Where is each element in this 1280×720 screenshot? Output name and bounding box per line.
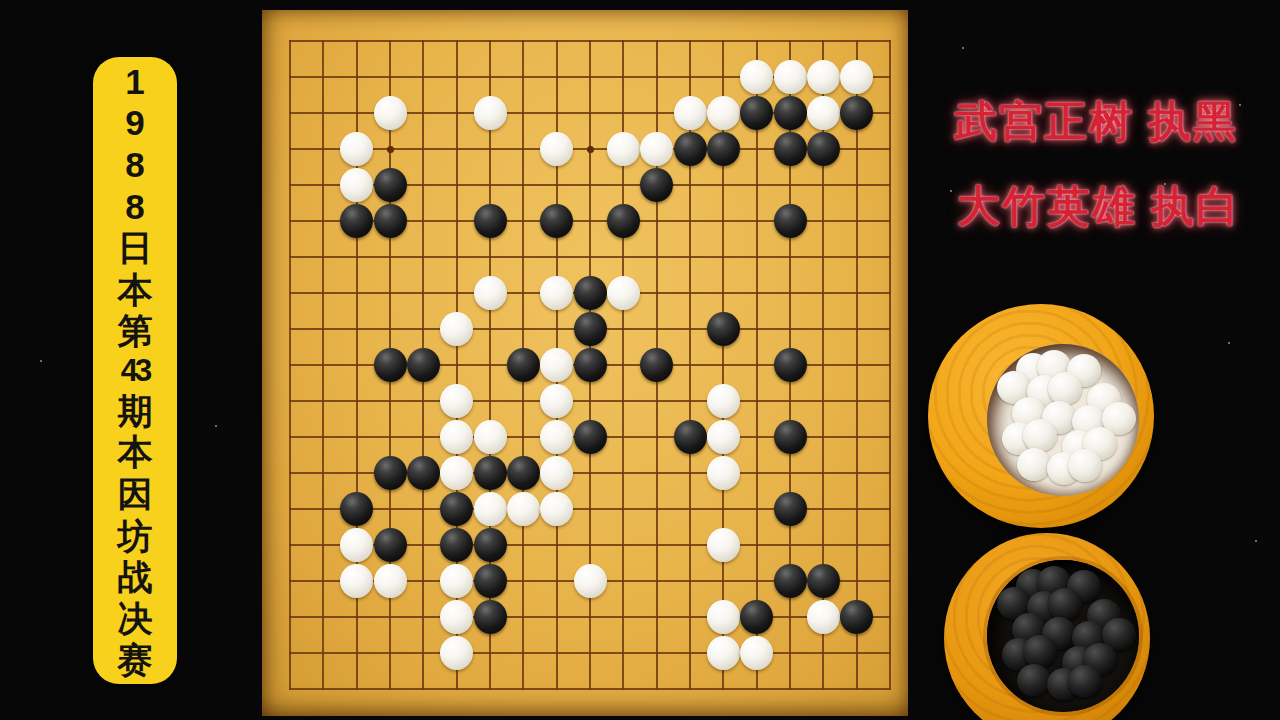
speck xyxy=(950,190,952,192)
black-stone xyxy=(807,564,840,598)
white-player-caption: 大竹英雄 执白 xyxy=(957,178,1241,236)
white-stone xyxy=(574,564,607,598)
white-stone xyxy=(540,276,573,310)
black-stone xyxy=(840,96,873,130)
grid-line-vertical xyxy=(856,40,858,690)
white-stone xyxy=(840,60,873,94)
grid-line-vertical xyxy=(889,40,891,690)
banner-char: 因 xyxy=(118,476,153,511)
white-stone-bowl-opening xyxy=(987,344,1139,496)
white-stone xyxy=(540,492,573,526)
white-stone xyxy=(374,96,407,130)
grid-line-horizontal xyxy=(289,688,891,690)
black-stone xyxy=(674,420,707,454)
white-stone xyxy=(440,600,473,634)
black-stone xyxy=(507,456,540,490)
bowl-black-stone xyxy=(1017,664,1051,697)
banner-char: 本 xyxy=(118,272,153,307)
banner-char: 9 xyxy=(125,105,144,140)
banner-char: 坊 xyxy=(118,518,153,553)
white-stone xyxy=(374,564,407,598)
black-stone xyxy=(774,564,807,598)
white-stone xyxy=(440,312,473,346)
black-stone xyxy=(374,204,407,238)
bowl-black-stone xyxy=(1048,588,1082,621)
grid-line-vertical xyxy=(756,40,758,690)
black-stone xyxy=(340,204,373,238)
black-stone xyxy=(607,204,640,238)
black-stone xyxy=(374,348,407,382)
white-stone xyxy=(474,420,507,454)
black-stone xyxy=(474,564,507,598)
white-stone xyxy=(740,636,773,670)
black-stone xyxy=(374,168,407,202)
white-stone xyxy=(807,96,840,130)
black-stone xyxy=(407,348,440,382)
grid-line-horizontal xyxy=(289,616,891,618)
black-stone xyxy=(840,600,873,634)
white-stone xyxy=(540,132,573,166)
white-stone xyxy=(807,60,840,94)
black-stone xyxy=(474,528,507,562)
banner-char: 战 xyxy=(118,559,153,594)
black-stone xyxy=(440,492,473,526)
bowl-black-stone xyxy=(1068,665,1102,698)
black-stone xyxy=(774,348,807,382)
white-stone xyxy=(340,564,373,598)
speck xyxy=(1255,540,1257,542)
grid-line-horizontal xyxy=(289,400,891,402)
speck xyxy=(40,360,42,362)
bowl-black-stone xyxy=(1023,635,1057,668)
black-stone xyxy=(574,276,607,310)
black-stone xyxy=(474,600,507,634)
black-stone xyxy=(574,420,607,454)
speck xyxy=(215,425,217,427)
banner-char: 赛 xyxy=(118,642,153,677)
white-stone xyxy=(707,456,740,490)
black-stone xyxy=(340,492,373,526)
bowl-white-stone xyxy=(1068,449,1102,482)
white-stone xyxy=(474,492,507,526)
banner-char: 本 xyxy=(118,434,153,469)
white-stone xyxy=(707,384,740,418)
black-stone xyxy=(640,348,673,382)
speck xyxy=(1239,104,1241,106)
white-stone xyxy=(707,96,740,130)
grid-line-horizontal xyxy=(289,652,891,654)
banner-char: 8 xyxy=(125,147,144,182)
white-stone xyxy=(640,132,673,166)
black-stone-bowl-opening xyxy=(987,560,1139,712)
bowl-white-stone xyxy=(1023,419,1057,452)
white-stone xyxy=(707,600,740,634)
event-title-banner: 1988日本第43期本因坊战决赛 xyxy=(93,57,177,684)
black-stone xyxy=(540,204,573,238)
white-stone xyxy=(440,636,473,670)
banner-char: 期 xyxy=(118,393,153,428)
black-stone xyxy=(374,456,407,490)
star-point xyxy=(387,146,394,153)
black-stone xyxy=(474,204,507,238)
white-stone xyxy=(540,420,573,454)
white-stone xyxy=(540,384,573,418)
black-stone xyxy=(707,312,740,346)
banner-char: 43 xyxy=(121,355,149,386)
banner-char: 8 xyxy=(125,189,144,224)
white-stone xyxy=(740,60,773,94)
white-stone xyxy=(774,60,807,94)
black-stone xyxy=(774,132,807,166)
video-frame: 1988日本第43期本因坊战决赛 武宫正树 执黑 大竹英雄 执白 xyxy=(0,0,1280,720)
white-stone xyxy=(340,528,373,562)
white-stone xyxy=(474,96,507,130)
banner-char: 第 xyxy=(118,313,153,348)
bowl-white-stone xyxy=(1048,372,1082,405)
black-stone xyxy=(440,528,473,562)
black-stone xyxy=(774,204,807,238)
black-stone xyxy=(574,348,607,382)
black-stone xyxy=(740,96,773,130)
white-stone xyxy=(540,348,573,382)
speck xyxy=(1228,342,1230,344)
white-stone xyxy=(340,132,373,166)
go-board xyxy=(262,10,908,716)
white-stone xyxy=(707,420,740,454)
bowl-white-stone xyxy=(1017,448,1051,481)
black-stone xyxy=(407,456,440,490)
black-stone xyxy=(374,528,407,562)
white-stone xyxy=(440,384,473,418)
white-stone xyxy=(607,276,640,310)
black-stone xyxy=(740,600,773,634)
speck xyxy=(962,47,964,49)
white-stone xyxy=(474,276,507,310)
white-stone xyxy=(674,96,707,130)
black-stone xyxy=(674,132,707,166)
black-stone xyxy=(807,132,840,166)
white-stone xyxy=(440,564,473,598)
white-stone xyxy=(440,456,473,490)
black-stone xyxy=(707,132,740,166)
black-stone xyxy=(640,168,673,202)
black-stone xyxy=(774,420,807,454)
white-stone xyxy=(707,636,740,670)
white-stone xyxy=(807,600,840,634)
banner-char: 1 xyxy=(125,64,144,99)
white-stone xyxy=(540,456,573,490)
black-stone xyxy=(574,312,607,346)
black-stone xyxy=(774,96,807,130)
white-stone xyxy=(507,492,540,526)
white-stone xyxy=(440,420,473,454)
banner-char: 决 xyxy=(118,601,153,636)
white-stone xyxy=(607,132,640,166)
black-player-caption: 武宫正树 执黑 xyxy=(954,93,1238,151)
white-stone xyxy=(707,528,740,562)
star-point xyxy=(587,146,594,153)
black-stone xyxy=(774,492,807,526)
white-stone xyxy=(340,168,373,202)
black-stone xyxy=(474,456,507,490)
banner-char: 日 xyxy=(118,230,153,265)
black-stone xyxy=(507,348,540,382)
